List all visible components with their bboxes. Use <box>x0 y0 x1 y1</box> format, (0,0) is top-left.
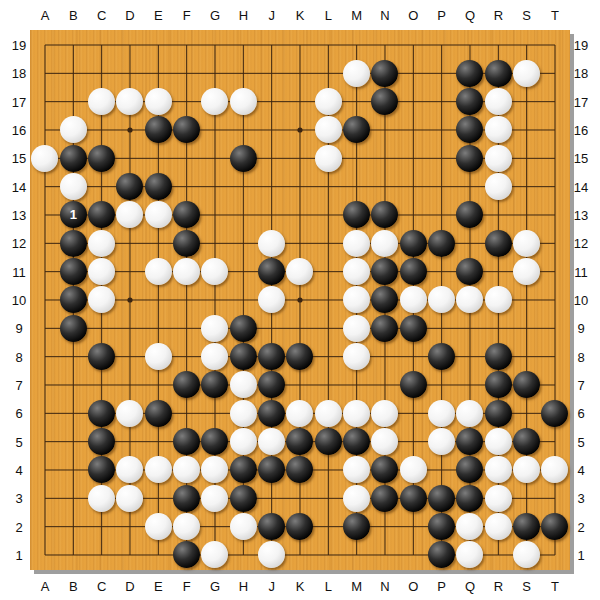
black-stone-Q16[interactable] <box>456 116 483 143</box>
point-J17[interactable] <box>257 87 285 115</box>
black-stone-P8[interactable] <box>428 343 455 370</box>
white-stone-M6[interactable] <box>343 400 370 427</box>
black-stone-N3[interactable] <box>371 485 398 512</box>
point-H6[interactable] <box>229 399 257 427</box>
point-H9[interactable] <box>229 314 257 342</box>
black-stone-C13[interactable] <box>88 201 115 228</box>
point-S11[interactable] <box>512 257 540 285</box>
black-stone-P2[interactable] <box>428 513 455 540</box>
point-H12[interactable] <box>229 229 257 257</box>
white-stone-E17[interactable] <box>145 88 172 115</box>
point-C15[interactable] <box>87 144 115 172</box>
point-K6[interactable] <box>286 399 314 427</box>
point-Q19[interactable] <box>456 31 484 59</box>
point-C7[interactable] <box>87 371 115 399</box>
white-stone-P5[interactable] <box>428 428 455 455</box>
black-stone-J8[interactable] <box>258 343 285 370</box>
point-R16[interactable] <box>484 116 512 144</box>
white-stone-R17[interactable] <box>485 88 512 115</box>
white-stone-Q2[interactable] <box>456 513 483 540</box>
black-stone-N4[interactable] <box>371 456 398 483</box>
point-T10[interactable] <box>541 286 569 314</box>
point-M15[interactable] <box>342 144 370 172</box>
white-stone-Q10[interactable] <box>456 286 483 313</box>
point-M10[interactable] <box>342 286 370 314</box>
white-stone-R14[interactable] <box>485 173 512 200</box>
point-O4[interactable] <box>399 456 427 484</box>
point-E16[interactable] <box>144 116 172 144</box>
black-stone-B13[interactable]: 1 <box>60 201 87 228</box>
white-stone-E8[interactable] <box>145 343 172 370</box>
point-N7[interactable] <box>371 371 399 399</box>
point-N17[interactable] <box>371 87 399 115</box>
white-stone-S12[interactable] <box>513 230 540 257</box>
black-stone-R8[interactable] <box>485 343 512 370</box>
black-stone-G7[interactable] <box>201 371 228 398</box>
black-stone-D14[interactable] <box>116 173 143 200</box>
point-J12[interactable] <box>257 229 285 257</box>
point-H4[interactable] <box>229 456 257 484</box>
black-stone-F3[interactable] <box>173 485 200 512</box>
black-stone-Q4[interactable] <box>456 456 483 483</box>
point-N11[interactable] <box>371 257 399 285</box>
point-P18[interactable] <box>427 59 455 87</box>
point-R7[interactable] <box>484 371 512 399</box>
white-stone-K6[interactable] <box>286 400 313 427</box>
point-Q18[interactable] <box>456 59 484 87</box>
point-P10[interactable] <box>427 286 455 314</box>
black-stone-F1[interactable] <box>173 541 200 568</box>
point-R17[interactable] <box>484 87 512 115</box>
point-S3[interactable] <box>512 484 540 512</box>
point-G15[interactable] <box>201 144 229 172</box>
point-F6[interactable] <box>172 399 200 427</box>
point-F8[interactable] <box>172 342 200 370</box>
white-stone-F4[interactable] <box>173 456 200 483</box>
point-B8[interactable] <box>59 342 87 370</box>
point-C18[interactable] <box>87 59 115 87</box>
point-M13[interactable] <box>342 201 370 229</box>
point-T12[interactable] <box>541 229 569 257</box>
white-stone-N5[interactable] <box>371 428 398 455</box>
point-M7[interactable] <box>342 371 370 399</box>
point-J7[interactable] <box>257 371 285 399</box>
white-stone-R10[interactable] <box>485 286 512 313</box>
point-O8[interactable] <box>399 342 427 370</box>
black-stone-F5[interactable] <box>173 428 200 455</box>
point-C11[interactable] <box>87 257 115 285</box>
point-M3[interactable] <box>342 484 370 512</box>
point-G18[interactable] <box>201 59 229 87</box>
black-stone-B15[interactable] <box>60 145 87 172</box>
point-S8[interactable] <box>512 342 540 370</box>
point-T6[interactable] <box>541 399 569 427</box>
black-stone-B9[interactable] <box>60 315 87 342</box>
black-stone-E6[interactable] <box>145 400 172 427</box>
point-D16[interactable] <box>116 116 144 144</box>
point-A14[interactable] <box>31 172 59 200</box>
point-B6[interactable] <box>59 399 87 427</box>
point-B2[interactable] <box>59 512 87 540</box>
point-L12[interactable] <box>314 229 342 257</box>
white-stone-D4[interactable] <box>116 456 143 483</box>
point-T7[interactable] <box>541 371 569 399</box>
point-B16[interactable] <box>59 116 87 144</box>
white-stone-E13[interactable] <box>145 201 172 228</box>
point-D13[interactable] <box>116 201 144 229</box>
point-P4[interactable] <box>427 456 455 484</box>
black-stone-F7[interactable] <box>173 371 200 398</box>
point-S1[interactable] <box>512 541 540 569</box>
point-P8[interactable] <box>427 342 455 370</box>
point-E17[interactable] <box>144 87 172 115</box>
black-stone-B11[interactable] <box>60 258 87 285</box>
point-Q15[interactable] <box>456 144 484 172</box>
point-H19[interactable] <box>229 31 257 59</box>
black-stone-N17[interactable] <box>371 88 398 115</box>
point-Q9[interactable] <box>456 314 484 342</box>
point-T1[interactable] <box>541 541 569 569</box>
point-G4[interactable] <box>201 456 229 484</box>
point-C8[interactable] <box>87 342 115 370</box>
point-O15[interactable] <box>399 144 427 172</box>
white-stone-M9[interactable] <box>343 315 370 342</box>
point-Q8[interactable] <box>456 342 484 370</box>
point-T14[interactable] <box>541 172 569 200</box>
point-A6[interactable] <box>31 399 59 427</box>
white-stone-C10[interactable] <box>88 286 115 313</box>
point-L16[interactable] <box>314 116 342 144</box>
point-M18[interactable] <box>342 59 370 87</box>
point-F3[interactable] <box>172 484 200 512</box>
point-G14[interactable] <box>201 172 229 200</box>
point-E10[interactable] <box>144 286 172 314</box>
point-D10[interactable] <box>116 286 144 314</box>
point-A15[interactable] <box>31 144 59 172</box>
point-A16[interactable] <box>31 116 59 144</box>
white-stone-R5[interactable] <box>485 428 512 455</box>
point-C5[interactable] <box>87 427 115 455</box>
point-O2[interactable] <box>399 512 427 540</box>
point-C10[interactable] <box>87 286 115 314</box>
point-O18[interactable] <box>399 59 427 87</box>
point-C4[interactable] <box>87 456 115 484</box>
point-N18[interactable] <box>371 59 399 87</box>
point-O3[interactable] <box>399 484 427 512</box>
point-F2[interactable] <box>172 512 200 540</box>
point-C12[interactable] <box>87 229 115 257</box>
white-stone-G3[interactable] <box>201 485 228 512</box>
point-O19[interactable] <box>399 31 427 59</box>
point-K16[interactable] <box>286 116 314 144</box>
black-stone-H3[interactable] <box>230 485 257 512</box>
point-L3[interactable] <box>314 484 342 512</box>
point-A5[interactable] <box>31 427 59 455</box>
point-L14[interactable] <box>314 172 342 200</box>
point-K11[interactable] <box>286 257 314 285</box>
point-O16[interactable] <box>399 116 427 144</box>
point-F5[interactable] <box>172 427 200 455</box>
point-D3[interactable] <box>116 484 144 512</box>
point-L8[interactable] <box>314 342 342 370</box>
white-stone-T4[interactable] <box>541 456 568 483</box>
point-D4[interactable] <box>116 456 144 484</box>
point-O13[interactable] <box>399 201 427 229</box>
point-A8[interactable] <box>31 342 59 370</box>
point-R15[interactable] <box>484 144 512 172</box>
point-E11[interactable] <box>144 257 172 285</box>
point-J8[interactable] <box>257 342 285 370</box>
point-O12[interactable] <box>399 229 427 257</box>
point-O11[interactable] <box>399 257 427 285</box>
point-J14[interactable] <box>257 172 285 200</box>
black-stone-N9[interactable] <box>371 315 398 342</box>
point-N8[interactable] <box>371 342 399 370</box>
point-G17[interactable] <box>201 87 229 115</box>
white-stone-C12[interactable] <box>88 230 115 257</box>
point-N16[interactable] <box>371 116 399 144</box>
point-J18[interactable] <box>257 59 285 87</box>
point-E1[interactable] <box>144 541 172 569</box>
black-stone-T6[interactable] <box>541 400 568 427</box>
black-stone-P1[interactable] <box>428 541 455 568</box>
point-J6[interactable] <box>257 399 285 427</box>
point-K17[interactable] <box>286 87 314 115</box>
point-S17[interactable] <box>512 87 540 115</box>
point-C1[interactable] <box>87 541 115 569</box>
point-R10[interactable] <box>484 286 512 314</box>
point-K12[interactable] <box>286 229 314 257</box>
black-stone-J2[interactable] <box>258 513 285 540</box>
point-L5[interactable] <box>314 427 342 455</box>
point-A3[interactable] <box>31 484 59 512</box>
point-K8[interactable] <box>286 342 314 370</box>
black-stone-O9[interactable] <box>400 315 427 342</box>
point-E9[interactable] <box>144 314 172 342</box>
point-J13[interactable] <box>257 201 285 229</box>
point-B10[interactable] <box>59 286 87 314</box>
black-stone-K8[interactable] <box>286 343 313 370</box>
white-stone-R16[interactable] <box>485 116 512 143</box>
white-stone-N12[interactable] <box>371 230 398 257</box>
point-S9[interactable] <box>512 314 540 342</box>
point-B14[interactable] <box>59 172 87 200</box>
white-stone-J5[interactable] <box>258 428 285 455</box>
point-J4[interactable] <box>257 456 285 484</box>
point-L1[interactable] <box>314 541 342 569</box>
point-K14[interactable] <box>286 172 314 200</box>
white-stone-S18[interactable] <box>513 60 540 87</box>
point-K7[interactable] <box>286 371 314 399</box>
white-stone-P10[interactable] <box>428 286 455 313</box>
black-stone-N10[interactable] <box>371 286 398 313</box>
point-R9[interactable] <box>484 314 512 342</box>
black-stone-P12[interactable] <box>428 230 455 257</box>
point-O5[interactable] <box>399 427 427 455</box>
point-T13[interactable] <box>541 201 569 229</box>
point-T3[interactable] <box>541 484 569 512</box>
point-R2[interactable] <box>484 512 512 540</box>
point-E2[interactable] <box>144 512 172 540</box>
point-T11[interactable] <box>541 257 569 285</box>
point-Q11[interactable] <box>456 257 484 285</box>
point-F11[interactable] <box>172 257 200 285</box>
point-F13[interactable] <box>172 201 200 229</box>
point-H15[interactable] <box>229 144 257 172</box>
point-E12[interactable] <box>144 229 172 257</box>
point-F4[interactable] <box>172 456 200 484</box>
point-D12[interactable] <box>116 229 144 257</box>
point-T2[interactable] <box>541 512 569 540</box>
point-D14[interactable] <box>116 172 144 200</box>
point-T18[interactable] <box>541 59 569 87</box>
black-stone-C5[interactable] <box>88 428 115 455</box>
point-Q13[interactable] <box>456 201 484 229</box>
white-stone-M8[interactable] <box>343 343 370 370</box>
point-D9[interactable] <box>116 314 144 342</box>
point-A9[interactable] <box>31 314 59 342</box>
point-E14[interactable] <box>144 172 172 200</box>
black-stone-P3[interactable] <box>428 485 455 512</box>
point-R6[interactable] <box>484 399 512 427</box>
point-R8[interactable] <box>484 342 512 370</box>
point-D6[interactable] <box>116 399 144 427</box>
point-B5[interactable] <box>59 427 87 455</box>
black-stone-C6[interactable] <box>88 400 115 427</box>
point-H11[interactable] <box>229 257 257 285</box>
point-D7[interactable] <box>116 371 144 399</box>
point-H14[interactable] <box>229 172 257 200</box>
point-M19[interactable] <box>342 31 370 59</box>
point-A7[interactable] <box>31 371 59 399</box>
point-R3[interactable] <box>484 484 512 512</box>
white-stone-N6[interactable] <box>371 400 398 427</box>
point-S6[interactable] <box>512 399 540 427</box>
point-K1[interactable] <box>286 541 314 569</box>
point-M12[interactable] <box>342 229 370 257</box>
white-stone-C11[interactable] <box>88 258 115 285</box>
point-N4[interactable] <box>371 456 399 484</box>
point-B7[interactable] <box>59 371 87 399</box>
point-D15[interactable] <box>116 144 144 172</box>
point-K13[interactable] <box>286 201 314 229</box>
point-J15[interactable] <box>257 144 285 172</box>
black-stone-Q5[interactable] <box>456 428 483 455</box>
point-N5[interactable] <box>371 427 399 455</box>
black-stone-S7[interactable] <box>513 371 540 398</box>
black-stone-H4[interactable] <box>230 456 257 483</box>
point-N6[interactable] <box>371 399 399 427</box>
point-Q3[interactable] <box>456 484 484 512</box>
point-H17[interactable] <box>229 87 257 115</box>
point-J5[interactable] <box>257 427 285 455</box>
point-B3[interactable] <box>59 484 87 512</box>
point-B19[interactable] <box>59 31 87 59</box>
white-stone-H5[interactable] <box>230 428 257 455</box>
white-stone-M12[interactable] <box>343 230 370 257</box>
black-stone-K5[interactable] <box>286 428 313 455</box>
white-stone-S1[interactable] <box>513 541 540 568</box>
point-E13[interactable] <box>144 201 172 229</box>
point-P16[interactable] <box>427 116 455 144</box>
black-stone-L5[interactable] <box>315 428 342 455</box>
point-O1[interactable] <box>399 541 427 569</box>
point-L10[interactable] <box>314 286 342 314</box>
white-stone-D3[interactable] <box>116 485 143 512</box>
point-Q10[interactable] <box>456 286 484 314</box>
point-G3[interactable] <box>201 484 229 512</box>
black-stone-C15[interactable] <box>88 145 115 172</box>
point-O10[interactable] <box>399 286 427 314</box>
point-E19[interactable] <box>144 31 172 59</box>
point-S10[interactable] <box>512 286 540 314</box>
point-P6[interactable] <box>427 399 455 427</box>
point-Q7[interactable] <box>456 371 484 399</box>
black-stone-S2[interactable] <box>513 513 540 540</box>
point-M8[interactable] <box>342 342 370 370</box>
point-R19[interactable] <box>484 31 512 59</box>
black-stone-Q13[interactable] <box>456 201 483 228</box>
white-stone-S4[interactable] <box>513 456 540 483</box>
point-S7[interactable] <box>512 371 540 399</box>
black-stone-O3[interactable] <box>400 485 427 512</box>
white-stone-G11[interactable] <box>201 258 228 285</box>
point-P7[interactable] <box>427 371 455 399</box>
point-J3[interactable] <box>257 484 285 512</box>
point-O6[interactable] <box>399 399 427 427</box>
black-stone-N18[interactable] <box>371 60 398 87</box>
point-G11[interactable] <box>201 257 229 285</box>
point-L11[interactable] <box>314 257 342 285</box>
white-stone-B14[interactable] <box>60 173 87 200</box>
white-stone-G17[interactable] <box>201 88 228 115</box>
black-stone-N13[interactable] <box>371 201 398 228</box>
point-F17[interactable] <box>172 87 200 115</box>
white-stone-H17[interactable] <box>230 88 257 115</box>
point-A11[interactable] <box>31 257 59 285</box>
point-A2[interactable] <box>31 512 59 540</box>
point-K2[interactable] <box>286 512 314 540</box>
black-stone-H9[interactable] <box>230 315 257 342</box>
white-stone-O4[interactable] <box>400 456 427 483</box>
point-B12[interactable] <box>59 229 87 257</box>
point-M2[interactable] <box>342 512 370 540</box>
white-stone-L16[interactable] <box>315 116 342 143</box>
point-E18[interactable] <box>144 59 172 87</box>
point-H2[interactable] <box>229 512 257 540</box>
white-stone-M10[interactable] <box>343 286 370 313</box>
black-stone-S5[interactable] <box>513 428 540 455</box>
point-C16[interactable] <box>87 116 115 144</box>
black-stone-H8[interactable] <box>230 343 257 370</box>
point-R14[interactable] <box>484 172 512 200</box>
white-stone-H7[interactable] <box>230 371 257 398</box>
point-S2[interactable] <box>512 512 540 540</box>
point-J9[interactable] <box>257 314 285 342</box>
point-C6[interactable] <box>87 399 115 427</box>
white-stone-G1[interactable] <box>201 541 228 568</box>
black-stone-F13[interactable] <box>173 201 200 228</box>
point-F15[interactable] <box>172 144 200 172</box>
point-O9[interactable] <box>399 314 427 342</box>
point-J1[interactable] <box>257 541 285 569</box>
point-K4[interactable] <box>286 456 314 484</box>
white-stone-P6[interactable] <box>428 400 455 427</box>
point-Q5[interactable] <box>456 427 484 455</box>
black-stone-B12[interactable] <box>60 230 87 257</box>
point-S5[interactable] <box>512 427 540 455</box>
point-T4[interactable] <box>541 456 569 484</box>
